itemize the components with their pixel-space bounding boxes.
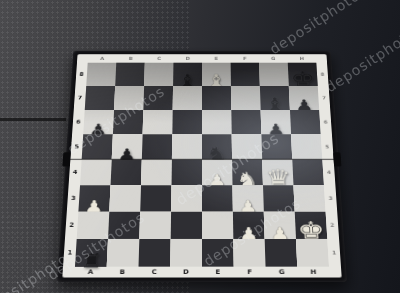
square-d6[interactable] — [172, 110, 202, 134]
black-pawn[interactable]: ♟ — [89, 122, 108, 137]
square-h5[interactable] — [291, 134, 322, 159]
board-hinge-seam — [66, 159, 339, 161]
black-king[interactable]: ♚ — [290, 69, 316, 89]
square-e2[interactable] — [202, 212, 233, 239]
square-d1[interactable] — [170, 239, 202, 267]
square-c6[interactable] — [143, 110, 173, 134]
square-e8[interactable]: ♝ — [202, 63, 231, 86]
square-e5[interactable]: ♞ — [202, 134, 232, 159]
white-pawn[interactable]: ♟ — [239, 226, 259, 243]
square-c4[interactable] — [141, 159, 172, 185]
board-hinge-right — [333, 152, 342, 166]
black-bishop[interactable]: ♝ — [264, 95, 286, 113]
square-c8[interactable] — [144, 63, 173, 86]
square-g2[interactable]: ♟ — [264, 212, 296, 239]
table-seam — [0, 118, 66, 121]
white-queen[interactable]: ♛ — [265, 167, 291, 189]
square-b3[interactable] — [109, 185, 141, 211]
square-a3[interactable]: ♟ — [78, 185, 110, 211]
watermark-text: depositphotos — [323, 21, 400, 96]
chess-board: ♝♝♚♝♟♟♟♟♞♟♞♛♟♟♟♟♚♜ ABCDEFGH ABCDEFGH 123… — [57, 51, 347, 282]
square-h8[interactable]: ♚ — [288, 63, 318, 86]
black-knight[interactable]: ♞ — [206, 144, 228, 162]
square-f4[interactable]: ♞ — [232, 159, 263, 185]
black-rook[interactable]: ♜ — [79, 251, 102, 271]
square-h2[interactable]: ♚ — [295, 212, 328, 239]
board-grid[interactable]: ♝♝♚♝♟♟♟♟♞♟♞♛♟♟♟♟♚♜ — [75, 63, 329, 267]
black-pawn[interactable]: ♟ — [267, 122, 286, 137]
white-pawn[interactable]: ♟ — [270, 226, 290, 243]
watermark-text: depositphotos — [267, 0, 370, 57]
square-a6[interactable]: ♟ — [83, 110, 114, 134]
square-e1[interactable] — [202, 239, 234, 267]
square-c7[interactable] — [143, 86, 173, 110]
square-b2[interactable] — [108, 212, 140, 239]
board-hinge-left — [62, 152, 71, 166]
square-a1[interactable]: ♜ — [75, 239, 108, 267]
square-b5[interactable]: ♟ — [112, 134, 143, 159]
square-a4[interactable] — [80, 159, 112, 185]
square-e6[interactable] — [202, 110, 232, 134]
square-d2[interactable] — [171, 212, 202, 239]
square-f8[interactable] — [231, 63, 260, 86]
white-pawn[interactable]: ♟ — [208, 173, 227, 189]
square-c5[interactable] — [142, 134, 172, 159]
black-pawn[interactable]: ♟ — [117, 147, 136, 163]
square-c2[interactable] — [139, 212, 171, 239]
square-g4[interactable]: ♛ — [262, 159, 293, 185]
square-b8[interactable] — [115, 63, 145, 86]
white-knight[interactable]: ♞ — [236, 170, 259, 189]
white-bishop[interactable]: ♝ — [206, 72, 227, 89]
square-d3[interactable] — [171, 185, 202, 211]
square-f6[interactable] — [231, 110, 261, 134]
white-pawn[interactable]: ♟ — [84, 199, 104, 215]
square-b7[interactable] — [114, 86, 144, 110]
square-c3[interactable] — [140, 185, 171, 211]
square-d5[interactable] — [172, 134, 202, 159]
black-pawn[interactable]: ♟ — [295, 98, 314, 113]
square-f5[interactable] — [232, 134, 262, 159]
square-a8[interactable] — [86, 63, 116, 86]
square-b6[interactable] — [113, 110, 143, 134]
square-g7[interactable]: ♝ — [260, 86, 290, 110]
square-d4[interactable] — [172, 159, 202, 185]
square-c1[interactable] — [138, 239, 170, 267]
square-f7[interactable] — [231, 86, 261, 110]
square-a7[interactable] — [85, 86, 115, 110]
white-pawn[interactable]: ♟ — [239, 199, 258, 215]
square-d8[interactable]: ♝ — [173, 63, 202, 86]
board-frame: ♝♝♚♝♟♟♟♟♞♟♞♛♟♟♟♟♚♜ ABCDEFGH ABCDEFGH 123… — [57, 51, 347, 282]
square-h4[interactable] — [292, 159, 324, 185]
square-h3[interactable] — [293, 185, 325, 211]
square-b1[interactable] — [107, 239, 140, 267]
white-king[interactable]: ♚ — [297, 219, 325, 243]
black-bishop[interactable]: ♝ — [177, 72, 198, 89]
square-g8[interactable] — [259, 63, 289, 86]
